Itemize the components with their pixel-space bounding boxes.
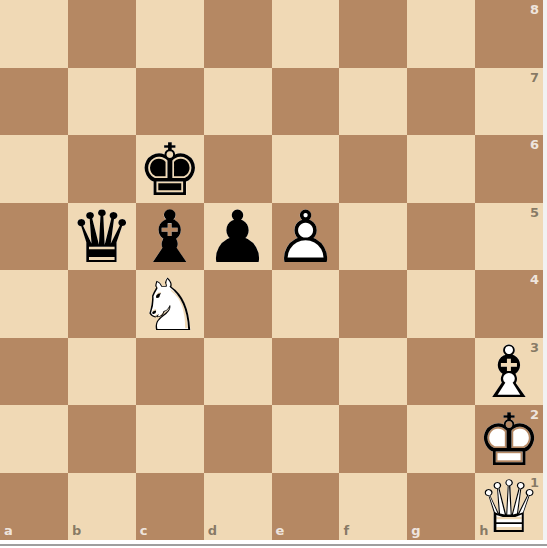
coord-file-e: e (276, 524, 285, 537)
square-a6[interactable] (0, 135, 68, 203)
square-g5[interactable] (407, 203, 475, 271)
square-d1[interactable]: d (204, 473, 272, 541)
square-c1[interactable]: c (136, 473, 204, 541)
square-b4[interactable] (68, 270, 136, 338)
coord-file-d: d (208, 524, 217, 537)
piece-white-king-h2[interactable]: ♚♔ (475, 405, 543, 473)
square-d3[interactable] (204, 338, 272, 406)
square-a1[interactable]: a (0, 473, 68, 541)
piece-white-knight-c4[interactable]: ♞♘ (136, 270, 204, 338)
square-g3[interactable] (407, 338, 475, 406)
square-h6[interactable]: 6 (475, 135, 543, 203)
square-h5[interactable]: 5 (475, 203, 543, 271)
square-d2[interactable] (204, 405, 272, 473)
square-e4[interactable] (272, 270, 340, 338)
square-e3[interactable] (272, 338, 340, 406)
piece-black-king-c6[interactable]: ♔♚ (136, 135, 204, 203)
square-d6[interactable] (204, 135, 272, 203)
square-a5[interactable] (0, 203, 68, 271)
piece-white-bishop-h3[interactable]: ♝♗ (475, 338, 543, 406)
square-a4[interactable] (0, 270, 68, 338)
square-f1[interactable]: f (339, 473, 407, 541)
square-h7[interactable]: 7 (475, 68, 543, 136)
square-a7[interactable] (0, 68, 68, 136)
chess-board-page: 87♔♚6♕♛♗♝♙♟♟♙5♞♘43♝♗2♚♔abcdefg1h♛♕ (0, 0, 547, 548)
coord-file-b: b (72, 524, 81, 537)
square-e7[interactable] (272, 68, 340, 136)
coord-rank-4: 4 (530, 273, 539, 286)
coord-file-c: c (140, 524, 148, 537)
square-d8[interactable] (204, 0, 272, 68)
coord-file-a: a (4, 524, 13, 537)
piece-white-queen-h1[interactable]: ♛♕ (475, 473, 543, 541)
coord-file-g: g (411, 524, 420, 537)
square-b3[interactable] (68, 338, 136, 406)
square-f3[interactable] (339, 338, 407, 406)
coord-file-f: f (343, 524, 349, 537)
square-c6[interactable]: ♔♚ (136, 135, 204, 203)
square-e5[interactable]: ♟♙ (272, 203, 340, 271)
square-c3[interactable] (136, 338, 204, 406)
square-d4[interactable] (204, 270, 272, 338)
square-g7[interactable] (407, 68, 475, 136)
square-g4[interactable] (407, 270, 475, 338)
square-g6[interactable] (407, 135, 475, 203)
square-b1[interactable]: b (68, 473, 136, 541)
piece-white-pawn-e5[interactable]: ♟♙ (272, 203, 340, 271)
piece-black-queen-b5[interactable]: ♕♛ (68, 203, 136, 271)
square-f5[interactable] (339, 203, 407, 271)
square-f8[interactable] (339, 0, 407, 68)
chess-board: 87♔♚6♕♛♗♝♙♟♟♙5♞♘43♝♗2♚♔abcdefg1h♛♕ (0, 0, 543, 540)
square-f2[interactable] (339, 405, 407, 473)
coord-rank-6: 6 (530, 138, 539, 151)
square-e8[interactable] (272, 0, 340, 68)
square-b7[interactable] (68, 68, 136, 136)
square-f6[interactable] (339, 135, 407, 203)
square-h3[interactable]: 3♝♗ (475, 338, 543, 406)
square-e6[interactable] (272, 135, 340, 203)
coord-rank-5: 5 (530, 206, 539, 219)
piece-black-pawn-d5[interactable]: ♙♟ (204, 203, 272, 271)
square-g2[interactable] (407, 405, 475, 473)
square-g1[interactable]: g (407, 473, 475, 541)
square-c4[interactable]: ♞♘ (136, 270, 204, 338)
square-h2[interactable]: 2♚♔ (475, 405, 543, 473)
piece-black-bishop-c5[interactable]: ♗♝ (136, 203, 204, 271)
square-b5[interactable]: ♕♛ (68, 203, 136, 271)
square-a3[interactable] (0, 338, 68, 406)
square-e1[interactable]: e (272, 473, 340, 541)
square-f4[interactable] (339, 270, 407, 338)
square-a8[interactable] (0, 0, 68, 68)
coord-rank-7: 7 (530, 71, 539, 84)
square-h8[interactable]: 8 (475, 0, 543, 68)
square-e2[interactable] (272, 405, 340, 473)
square-d7[interactable] (204, 68, 272, 136)
page-right-gutter (543, 0, 547, 548)
square-b8[interactable] (68, 0, 136, 68)
square-h1[interactable]: 1h♛♕ (475, 473, 543, 541)
square-c8[interactable] (136, 0, 204, 68)
coord-rank-8: 8 (530, 3, 539, 16)
square-b6[interactable] (68, 135, 136, 203)
square-c7[interactable] (136, 68, 204, 136)
square-d5[interactable]: ♙♟ (204, 203, 272, 271)
square-c2[interactable] (136, 405, 204, 473)
square-c5[interactable]: ♗♝ (136, 203, 204, 271)
square-b2[interactable] (68, 405, 136, 473)
square-g8[interactable] (407, 0, 475, 68)
square-a2[interactable] (0, 405, 68, 473)
square-f7[interactable] (339, 68, 407, 136)
page-bottom-divider (0, 544, 547, 546)
square-h4[interactable]: 4 (475, 270, 543, 338)
